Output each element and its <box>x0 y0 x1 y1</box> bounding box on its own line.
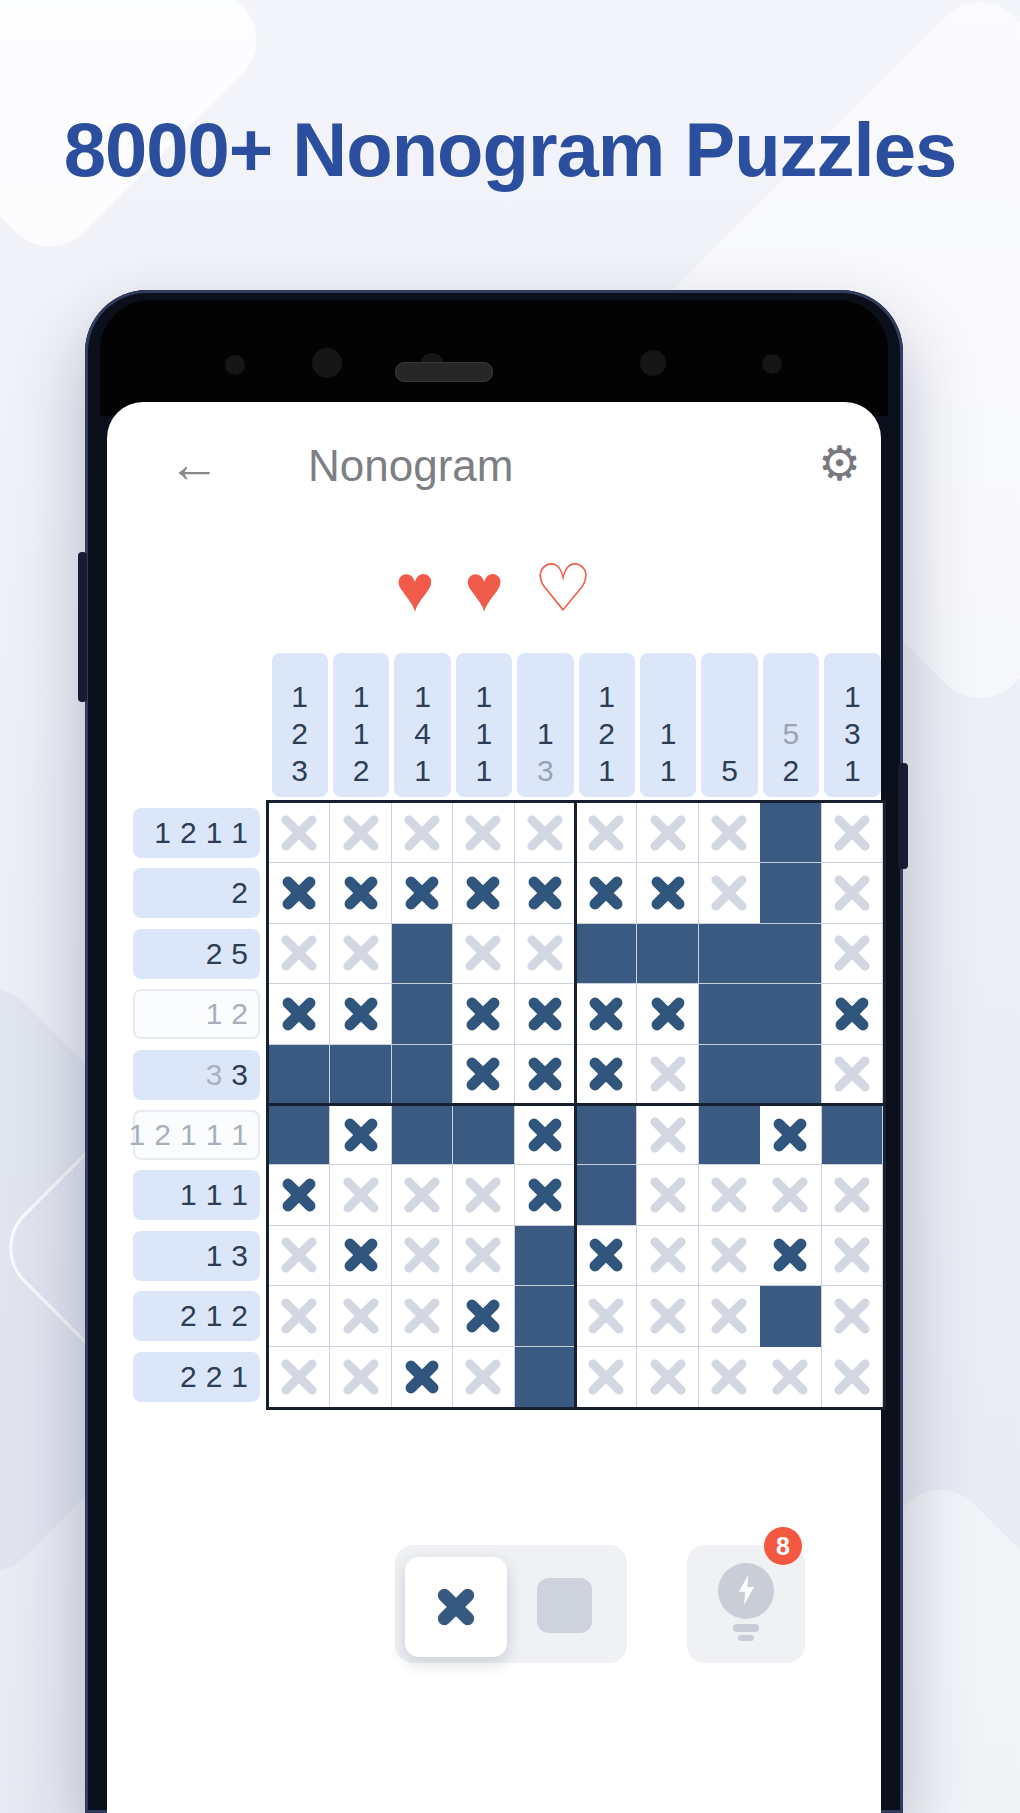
cell-r3c5[interactable] <box>515 924 576 984</box>
cell-r7c6[interactable] <box>576 1165 637 1225</box>
cell-r5c2[interactable] <box>330 1045 391 1105</box>
cell-r2c3[interactable] <box>392 863 453 923</box>
clue-number: 2 <box>353 752 370 789</box>
cell-r10c8[interactable] <box>699 1347 760 1407</box>
lightbulb-base <box>738 1635 754 1641</box>
cell-r8c6[interactable] <box>576 1226 637 1286</box>
x-mark-icon <box>522 1051 568 1097</box>
x-mark-icon <box>433 1584 479 1630</box>
cell-r5c1[interactable] <box>269 1045 330 1105</box>
clue-number: 1 <box>206 1239 223 1273</box>
column-clue-7: 11 <box>640 653 696 797</box>
auto-x-mark-icon <box>399 1232 445 1278</box>
x-mark-icon <box>399 1354 445 1400</box>
cell-r6c5[interactable] <box>515 1105 576 1165</box>
cell-r9c8[interactable] <box>699 1286 760 1346</box>
clue-number: 2 <box>231 876 248 910</box>
cell-r2c1[interactable] <box>269 863 330 923</box>
x-mark-icon <box>338 1112 384 1158</box>
cell-r1c2[interactable] <box>330 803 391 863</box>
heart-filled-icon: ♥ <box>395 552 434 624</box>
auto-x-mark-icon <box>583 810 629 856</box>
row-clue-9: 212 <box>133 1291 260 1341</box>
clue-number: 5 <box>783 715 800 752</box>
x-mark-icon <box>276 991 322 1037</box>
clue-number: 2 <box>180 1360 197 1394</box>
auto-x-mark-icon <box>645 1354 691 1400</box>
cell-r3c9[interactable] <box>760 924 821 984</box>
cell-r5c5[interactable] <box>515 1045 576 1105</box>
clue-number: 5 <box>721 752 738 789</box>
clue-number: 1 <box>537 715 554 752</box>
cell-r5c8[interactable] <box>699 1045 760 1105</box>
cell-r1c10[interactable] <box>822 803 883 863</box>
cell-r7c2[interactable] <box>330 1165 391 1225</box>
clue-number: 1 <box>206 1178 223 1212</box>
auto-x-mark-icon <box>829 930 875 976</box>
cell-r2c6[interactable] <box>576 863 637 923</box>
x-mark-icon <box>583 1232 629 1278</box>
cell-r4c3[interactable] <box>392 984 453 1044</box>
clue-number: 2 <box>231 1299 248 1333</box>
auto-x-mark-icon <box>645 1232 691 1278</box>
cell-r6c1[interactable] <box>269 1105 330 1165</box>
clue-number: 3 <box>844 715 861 752</box>
cell-r6c3[interactable] <box>392 1105 453 1165</box>
auto-x-mark-icon <box>706 1354 752 1400</box>
clue-number: 2 <box>598 715 615 752</box>
cell-r10c1[interactable] <box>269 1347 330 1407</box>
row-clue-8: 13 <box>133 1231 260 1281</box>
clue-number: 1 <box>206 1118 223 1152</box>
x-mark-icon <box>645 870 691 916</box>
cell-r7c8[interactable] <box>699 1165 760 1225</box>
auto-x-mark-icon <box>767 1354 813 1400</box>
auto-x-mark-icon <box>829 1232 875 1278</box>
camera-icon <box>312 348 342 378</box>
auto-x-mark-icon <box>460 930 506 976</box>
auto-x-mark-icon <box>583 1354 629 1400</box>
cell-r10c3[interactable] <box>392 1347 453 1407</box>
cell-r4c6[interactable] <box>576 984 637 1044</box>
cell-r8c2[interactable] <box>330 1226 391 1286</box>
row-clue-6: 12111 <box>133 1110 260 1160</box>
x-mark-icon <box>767 1232 813 1278</box>
volume-button <box>78 552 87 702</box>
cell-r10c9[interactable] <box>760 1347 821 1407</box>
clue-number: 1 <box>206 997 223 1031</box>
cell-r7c4[interactable] <box>453 1165 514 1225</box>
cell-r1c1[interactable] <box>269 803 330 863</box>
x-mark-icon <box>338 991 384 1037</box>
cell-r8c3[interactable] <box>392 1226 453 1286</box>
clue-number: 1 <box>598 752 615 789</box>
cell-r9c10[interactable] <box>822 1286 883 1346</box>
auto-x-mark-icon <box>829 1051 875 1097</box>
cell-r10c5[interactable] <box>515 1347 576 1407</box>
x-mark-icon <box>829 991 875 1037</box>
clue-number: 1 <box>291 678 308 715</box>
auto-x-mark-icon <box>276 1293 322 1339</box>
cell-r10c6[interactable] <box>576 1347 637 1407</box>
cell-r1c7[interactable] <box>637 803 698 863</box>
cell-r2c10[interactable] <box>822 863 883 923</box>
row-clue-2: 2 <box>133 868 260 918</box>
back-button[interactable]: ← <box>168 436 220 492</box>
clue-number: 4 <box>414 715 431 752</box>
clue-number: 1 <box>660 715 677 752</box>
auto-x-mark-icon <box>583 1293 629 1339</box>
x-mark-icon <box>460 870 506 916</box>
clue-number: 2 <box>180 1299 197 1333</box>
power-button <box>898 763 908 869</box>
x-mark-icon <box>276 1172 322 1218</box>
cell-r7c9[interactable] <box>760 1165 821 1225</box>
x-mark-icon <box>522 870 568 916</box>
auto-x-mark-icon <box>460 810 506 856</box>
cell-r3c2[interactable] <box>330 924 391 984</box>
x-mark-icon <box>522 991 568 1037</box>
auto-x-mark-icon <box>399 1293 445 1339</box>
x-mark-icon <box>583 1051 629 1097</box>
x-mark-icon <box>338 870 384 916</box>
row-clues: 121122512331211111113212221 <box>133 808 260 1402</box>
clue-number: 1 <box>476 752 493 789</box>
auto-x-mark-icon <box>706 810 752 856</box>
row-clue-5: 33 <box>133 1050 260 1100</box>
cell-r3c3[interactable] <box>392 924 453 984</box>
clue-number: 3 <box>206 1058 223 1092</box>
sensor-icon <box>640 350 666 376</box>
clue-number: 2 <box>206 937 223 971</box>
clue-number: 2 <box>154 1118 171 1152</box>
auto-x-mark-icon <box>645 1172 691 1218</box>
cell-r9c3[interactable] <box>392 1286 453 1346</box>
cell-r8c9[interactable] <box>760 1226 821 1286</box>
cell-r1c6[interactable] <box>576 803 637 863</box>
x-mark-icon <box>338 1232 384 1278</box>
cell-r2c2[interactable] <box>330 863 391 923</box>
cell-r9c7[interactable] <box>637 1286 698 1346</box>
cell-r7c7[interactable] <box>637 1165 698 1225</box>
fill-mode-button[interactable] <box>537 1578 592 1633</box>
clue-number: 1 <box>180 1178 197 1212</box>
auto-x-mark-icon <box>460 1172 506 1218</box>
auto-x-mark-icon <box>645 1293 691 1339</box>
auto-x-mark-icon <box>706 870 752 916</box>
cell-r8c7[interactable] <box>637 1226 698 1286</box>
row-clue-7: 111 <box>133 1170 260 1220</box>
cell-r1c4[interactable] <box>453 803 514 863</box>
x-mark-icon <box>522 1172 568 1218</box>
cell-r7c3[interactable] <box>392 1165 453 1225</box>
page-background: 8000+ Nonogram Puzzles ← Nonogram ⚙ ♥♥♡ … <box>0 0 1020 1813</box>
cell-r4c9[interactable] <box>760 984 821 1044</box>
column-clue-2: 112 <box>333 653 389 797</box>
clue-number: 3 <box>231 1239 248 1273</box>
cell-r3c10[interactable] <box>822 924 883 984</box>
heart-filled-icon: ♥ <box>464 552 503 624</box>
clue-number: 1 <box>231 1178 248 1212</box>
x-mode-button[interactable] <box>405 1557 507 1657</box>
cell-r3c8[interactable] <box>699 924 760 984</box>
banner-title: 8000+ Nonogram Puzzles <box>0 106 1020 193</box>
page-title: Nonogram <box>308 441 513 491</box>
auto-x-mark-icon <box>399 810 445 856</box>
column-clues: 1231121411111312111552131 <box>269 653 883 797</box>
column-clue-6: 121 <box>579 653 635 797</box>
row-clue-1: 1211 <box>133 808 260 858</box>
clue-number: 1 <box>353 715 370 752</box>
clue-number: 1 <box>598 678 615 715</box>
column-clue-10: 131 <box>824 653 880 797</box>
cell-r6c7[interactable] <box>637 1105 698 1165</box>
column-clue-1: 123 <box>272 653 328 797</box>
cell-r3c4[interactable] <box>453 924 514 984</box>
column-clue-4: 111 <box>456 653 512 797</box>
clue-number: 1 <box>206 1299 223 1333</box>
cell-r6c6[interactable] <box>576 1105 637 1165</box>
cell-r3c7[interactable] <box>637 924 698 984</box>
cell-r7c10[interactable] <box>822 1165 883 1225</box>
auto-x-mark-icon <box>522 810 568 856</box>
auto-x-mark-icon <box>338 1172 384 1218</box>
cell-r4c2[interactable] <box>330 984 391 1044</box>
clue-number: 1 <box>660 752 677 789</box>
sensor-icon <box>762 354 782 374</box>
x-mark-icon <box>399 870 445 916</box>
clue-number: 2 <box>783 752 800 789</box>
auto-x-mark-icon <box>829 870 875 916</box>
auto-x-mark-icon <box>460 1354 506 1400</box>
heart-outline-icon: ♡ <box>534 552 593 624</box>
x-mark-icon <box>460 1051 506 1097</box>
cell-r10c7[interactable] <box>637 1347 698 1407</box>
cell-r2c7[interactable] <box>637 863 698 923</box>
lives-hearts: ♥♥♡ <box>107 552 881 624</box>
clue-number: 1 <box>231 816 248 850</box>
cell-r6c9[interactable] <box>760 1105 821 1165</box>
cell-r8c5[interactable] <box>515 1226 576 1286</box>
clue-number: 1 <box>231 1360 248 1394</box>
clue-number: 2 <box>180 816 197 850</box>
clue-number: 1 <box>414 678 431 715</box>
cell-r8c8[interactable] <box>699 1226 760 1286</box>
cell-r8c4[interactable] <box>453 1226 514 1286</box>
cell-r7c1[interactable] <box>269 1165 330 1225</box>
cell-r9c1[interactable] <box>269 1286 330 1346</box>
auto-x-mark-icon <box>399 1172 445 1218</box>
hint-count-badge: 8 <box>764 1527 802 1565</box>
cell-r9c9[interactable] <box>760 1286 821 1346</box>
cell-r2c9[interactable] <box>760 863 821 923</box>
cell-r3c6[interactable] <box>576 924 637 984</box>
clue-number: 1 <box>353 678 370 715</box>
x-mark-icon <box>460 991 506 1037</box>
cell-r2c5[interactable] <box>515 863 576 923</box>
settings-gear-icon[interactable]: ⚙ <box>818 438 861 490</box>
cell-r6c8[interactable] <box>699 1105 760 1165</box>
clue-number: 1 <box>129 1118 146 1152</box>
column-clue-3: 141 <box>394 653 450 797</box>
clue-number: 3 <box>231 1058 248 1092</box>
row-clue-3: 25 <box>133 929 260 979</box>
auto-x-mark-icon <box>829 810 875 856</box>
cell-r8c10[interactable] <box>822 1226 883 1286</box>
cell-r9c6[interactable] <box>576 1286 637 1346</box>
x-mark-icon <box>767 1112 813 1158</box>
cell-r6c2[interactable] <box>330 1105 391 1165</box>
clue-number: 3 <box>537 752 554 789</box>
cell-r1c9[interactable] <box>760 803 821 863</box>
clue-number: 1 <box>154 816 171 850</box>
clue-number: 1 <box>231 1118 248 1152</box>
column-clue-8: 5 <box>701 653 757 797</box>
clue-number: 1 <box>414 752 431 789</box>
cell-r10c10[interactable] <box>822 1347 883 1407</box>
cell-r9c2[interactable] <box>330 1286 391 1346</box>
row-clue-4: 12 <box>133 989 260 1039</box>
clue-number: 3 <box>291 752 308 789</box>
column-clue-5: 13 <box>517 653 573 797</box>
x-mark-icon <box>583 870 629 916</box>
cell-r2c4[interactable] <box>453 863 514 923</box>
grid-block-separator-horizontal <box>269 1103 883 1106</box>
auto-x-mark-icon <box>522 930 568 976</box>
x-mark-icon <box>583 991 629 1037</box>
auto-x-mark-icon <box>829 1354 875 1400</box>
auto-x-mark-icon <box>276 810 322 856</box>
cell-r4c5[interactable] <box>515 984 576 1044</box>
auto-x-mark-icon <box>706 1172 752 1218</box>
cell-r3c1[interactable] <box>269 924 330 984</box>
x-mark-icon <box>522 1112 568 1158</box>
cell-r10c4[interactable] <box>453 1347 514 1407</box>
cell-r10c2[interactable] <box>330 1347 391 1407</box>
x-mark-icon <box>276 870 322 916</box>
auto-x-mark-icon <box>829 1293 875 1339</box>
cell-r9c4[interactable] <box>453 1286 514 1346</box>
clue-number: 1 <box>476 715 493 752</box>
auto-x-mark-icon <box>706 1293 752 1339</box>
cell-r5c3[interactable] <box>392 1045 453 1105</box>
clue-number: 2 <box>291 715 308 752</box>
auto-x-mark-icon <box>338 1293 384 1339</box>
cell-r5c10[interactable] <box>822 1045 883 1105</box>
cell-r4c7[interactable] <box>637 984 698 1044</box>
auto-x-mark-icon <box>338 1354 384 1400</box>
cell-r2c8[interactable] <box>699 863 760 923</box>
cell-r6c4[interactable] <box>453 1105 514 1165</box>
auto-x-mark-icon <box>460 1232 506 1278</box>
cell-r6c10[interactable] <box>822 1105 883 1165</box>
clue-number: 1 <box>206 816 223 850</box>
cell-r5c4[interactable] <box>453 1045 514 1105</box>
clue-number: 5 <box>231 937 248 971</box>
cell-r1c5[interactable] <box>515 803 576 863</box>
speaker-grille <box>395 362 493 382</box>
auto-x-mark-icon <box>706 1232 752 1278</box>
cell-r5c7[interactable] <box>637 1045 698 1105</box>
clue-number: 2 <box>206 1360 223 1394</box>
cell-r1c3[interactable] <box>392 803 453 863</box>
cell-r5c6[interactable] <box>576 1045 637 1105</box>
camera-icon <box>225 355 245 375</box>
nonogram-grid <box>266 800 886 1410</box>
x-mark-icon <box>645 991 691 1037</box>
cell-r4c1[interactable] <box>269 984 330 1044</box>
cell-r8c1[interactable] <box>269 1226 330 1286</box>
cell-r1c8[interactable] <box>699 803 760 863</box>
cell-r9c5[interactable] <box>515 1286 576 1346</box>
clue-number: 2 <box>231 997 248 1031</box>
auto-x-mark-icon <box>276 930 322 976</box>
clue-number: 1 <box>180 1118 197 1152</box>
auto-x-mark-icon <box>645 1112 691 1158</box>
auto-x-mark-icon <box>645 810 691 856</box>
auto-x-mark-icon <box>829 1172 875 1218</box>
clue-number: 1 <box>844 752 861 789</box>
cell-r4c8[interactable] <box>699 984 760 1044</box>
auto-x-mark-icon <box>645 1051 691 1097</box>
auto-x-mark-icon <box>276 1232 322 1278</box>
auto-x-mark-icon <box>338 930 384 976</box>
clue-number: 1 <box>844 678 861 715</box>
lightbulb-base <box>733 1624 759 1632</box>
auto-x-mark-icon <box>276 1354 322 1400</box>
cell-r4c4[interactable] <box>453 984 514 1044</box>
column-clue-9: 52 <box>763 653 819 797</box>
cell-r5c9[interactable] <box>760 1045 821 1105</box>
clue-number: 1 <box>476 678 493 715</box>
row-clue-10: 221 <box>133 1352 260 1402</box>
auto-x-mark-icon <box>767 1172 813 1218</box>
cell-r4c10[interactable] <box>822 984 883 1044</box>
auto-x-mark-icon <box>338 810 384 856</box>
cell-r7c5[interactable] <box>515 1165 576 1225</box>
x-mark-icon <box>460 1293 506 1339</box>
